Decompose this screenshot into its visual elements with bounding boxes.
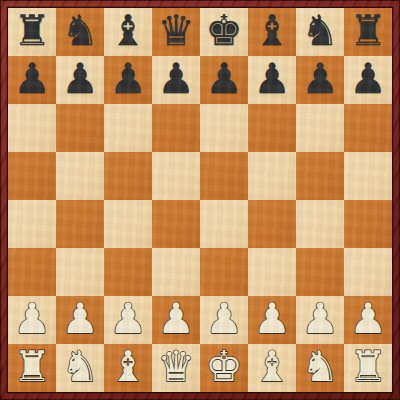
square-e8[interactable]: ♚ bbox=[200, 8, 248, 56]
piece-white-bishop[interactable]: ♝ bbox=[253, 343, 291, 391]
square-h6[interactable] bbox=[344, 104, 392, 152]
piece-black-pawn[interactable]: ♟ bbox=[205, 55, 243, 103]
piece-white-rook[interactable]: ♜ bbox=[13, 343, 51, 391]
square-d3[interactable] bbox=[152, 248, 200, 296]
square-a5[interactable] bbox=[8, 152, 56, 200]
square-g5[interactable] bbox=[296, 152, 344, 200]
square-e7[interactable]: ♟ bbox=[200, 56, 248, 104]
square-f1[interactable]: ♝ bbox=[248, 344, 296, 392]
piece-black-pawn[interactable]: ♟ bbox=[109, 55, 147, 103]
square-c7[interactable]: ♟ bbox=[104, 56, 152, 104]
square-e2[interactable]: ♟ bbox=[200, 296, 248, 344]
square-b2[interactable]: ♟ bbox=[56, 296, 104, 344]
square-a8[interactable]: ♜ bbox=[8, 8, 56, 56]
piece-black-pawn[interactable]: ♟ bbox=[157, 55, 195, 103]
square-h3[interactable] bbox=[344, 248, 392, 296]
square-g4[interactable] bbox=[296, 200, 344, 248]
square-e6[interactable] bbox=[200, 104, 248, 152]
square-c2[interactable]: ♟ bbox=[104, 296, 152, 344]
square-e3[interactable] bbox=[200, 248, 248, 296]
square-c8[interactable]: ♝ bbox=[104, 8, 152, 56]
square-a6[interactable] bbox=[8, 104, 56, 152]
square-e4[interactable] bbox=[200, 200, 248, 248]
piece-white-knight[interactable]: ♞ bbox=[61, 343, 99, 391]
square-a2[interactable]: ♟ bbox=[8, 296, 56, 344]
square-d8[interactable]: ♛ bbox=[152, 8, 200, 56]
square-g7[interactable]: ♟ bbox=[296, 56, 344, 104]
piece-black-pawn[interactable]: ♟ bbox=[349, 55, 387, 103]
square-g2[interactable]: ♟ bbox=[296, 296, 344, 344]
square-a4[interactable] bbox=[8, 200, 56, 248]
piece-black-pawn[interactable]: ♟ bbox=[61, 55, 99, 103]
square-e1[interactable]: ♚ bbox=[200, 344, 248, 392]
square-g6[interactable] bbox=[296, 104, 344, 152]
square-d1[interactable]: ♛ bbox=[152, 344, 200, 392]
square-b1[interactable]: ♞ bbox=[56, 344, 104, 392]
square-h2[interactable]: ♟ bbox=[344, 296, 392, 344]
square-h1[interactable]: ♜ bbox=[344, 344, 392, 392]
chess-board: ♜♞♝♛♚♝♞♜♟♟♟♟♟♟♟♟♟♟♟♟♟♟♟♟♜♞♝♛♚♝♞♜ bbox=[8, 8, 392, 392]
piece-black-rook[interactable]: ♜ bbox=[349, 7, 387, 55]
square-d7[interactable]: ♟ bbox=[152, 56, 200, 104]
square-f6[interactable] bbox=[248, 104, 296, 152]
square-h4[interactable] bbox=[344, 200, 392, 248]
square-a7[interactable]: ♟ bbox=[8, 56, 56, 104]
square-g8[interactable]: ♞ bbox=[296, 8, 344, 56]
square-e5[interactable] bbox=[200, 152, 248, 200]
piece-white-knight[interactable]: ♞ bbox=[301, 343, 339, 391]
piece-black-knight[interactable]: ♞ bbox=[301, 7, 339, 55]
piece-black-knight[interactable]: ♞ bbox=[61, 7, 99, 55]
square-d2[interactable]: ♟ bbox=[152, 296, 200, 344]
piece-white-pawn[interactable]: ♟ bbox=[13, 295, 51, 343]
chessboard-window: ♜♞♝♛♚♝♞♜♟♟♟♟♟♟♟♟♟♟♟♟♟♟♟♟♜♞♝♛♚♝♞♜ bbox=[0, 0, 400, 400]
square-g3[interactable] bbox=[296, 248, 344, 296]
piece-black-pawn[interactable]: ♟ bbox=[13, 55, 51, 103]
piece-black-pawn[interactable]: ♟ bbox=[253, 55, 291, 103]
square-h7[interactable]: ♟ bbox=[344, 56, 392, 104]
square-f3[interactable] bbox=[248, 248, 296, 296]
square-b5[interactable] bbox=[56, 152, 104, 200]
piece-black-pawn[interactable]: ♟ bbox=[301, 55, 339, 103]
square-f5[interactable] bbox=[248, 152, 296, 200]
square-f7[interactable]: ♟ bbox=[248, 56, 296, 104]
square-g1[interactable]: ♞ bbox=[296, 344, 344, 392]
piece-black-king[interactable]: ♚ bbox=[205, 7, 243, 55]
square-b3[interactable] bbox=[56, 248, 104, 296]
square-h5[interactable] bbox=[344, 152, 392, 200]
square-f2[interactable]: ♟ bbox=[248, 296, 296, 344]
piece-black-queen[interactable]: ♛ bbox=[157, 7, 195, 55]
piece-white-pawn[interactable]: ♟ bbox=[205, 295, 243, 343]
square-d4[interactable] bbox=[152, 200, 200, 248]
piece-white-bishop[interactable]: ♝ bbox=[109, 343, 147, 391]
piece-white-pawn[interactable]: ♟ bbox=[61, 295, 99, 343]
square-f8[interactable]: ♝ bbox=[248, 8, 296, 56]
square-d5[interactable] bbox=[152, 152, 200, 200]
piece-white-pawn[interactable]: ♟ bbox=[349, 295, 387, 343]
square-c5[interactable] bbox=[104, 152, 152, 200]
piece-white-pawn[interactable]: ♟ bbox=[301, 295, 339, 343]
square-b8[interactable]: ♞ bbox=[56, 8, 104, 56]
square-b7[interactable]: ♟ bbox=[56, 56, 104, 104]
square-c1[interactable]: ♝ bbox=[104, 344, 152, 392]
square-c3[interactable] bbox=[104, 248, 152, 296]
piece-white-pawn[interactable]: ♟ bbox=[253, 295, 291, 343]
square-a1[interactable]: ♜ bbox=[8, 344, 56, 392]
square-f4[interactable] bbox=[248, 200, 296, 248]
piece-black-bishop[interactable]: ♝ bbox=[109, 7, 147, 55]
square-h8[interactable]: ♜ bbox=[344, 8, 392, 56]
square-c6[interactable] bbox=[104, 104, 152, 152]
square-c4[interactable] bbox=[104, 200, 152, 248]
piece-white-king[interactable]: ♚ bbox=[205, 343, 243, 391]
piece-white-pawn[interactable]: ♟ bbox=[157, 295, 195, 343]
square-a3[interactable] bbox=[8, 248, 56, 296]
piece-white-rook[interactable]: ♜ bbox=[349, 343, 387, 391]
piece-white-pawn[interactable]: ♟ bbox=[109, 295, 147, 343]
piece-black-bishop[interactable]: ♝ bbox=[253, 7, 291, 55]
piece-black-rook[interactable]: ♜ bbox=[13, 7, 51, 55]
square-d6[interactable] bbox=[152, 104, 200, 152]
square-b4[interactable] bbox=[56, 200, 104, 248]
piece-white-queen[interactable]: ♛ bbox=[157, 343, 195, 391]
square-b6[interactable] bbox=[56, 104, 104, 152]
